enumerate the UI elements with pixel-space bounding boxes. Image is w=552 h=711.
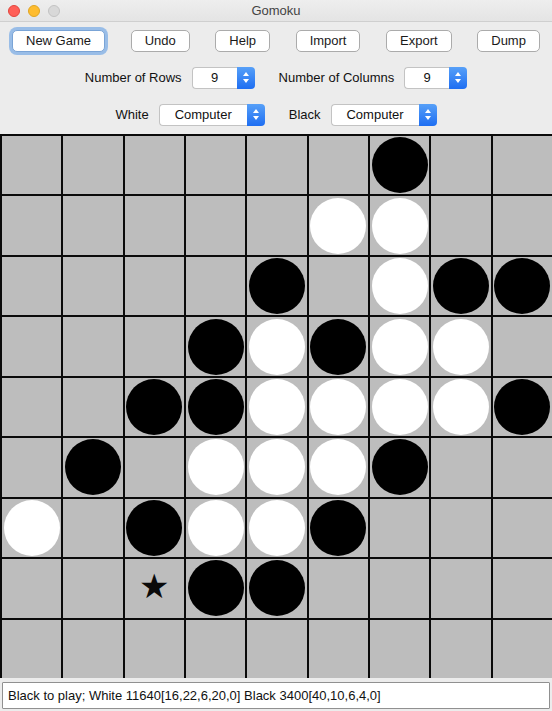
board-cell[interactable] [493, 136, 552, 194]
board-cell[interactable] [309, 196, 368, 254]
board-cell[interactable] [125, 257, 184, 315]
board-cell[interactable] [370, 438, 429, 496]
black-player-select[interactable]: Computer [331, 104, 437, 126]
black-stone [126, 500, 182, 556]
board-cell[interactable] [247, 136, 306, 194]
board-cell[interactable] [247, 438, 306, 496]
import-button[interactable]: Import [296, 30, 361, 52]
board-cell[interactable] [431, 559, 490, 617]
black-stone [249, 560, 305, 616]
black-stone [433, 258, 489, 314]
minimize-button[interactable] [28, 5, 40, 17]
board-cell[interactable] [493, 317, 552, 375]
board-cell[interactable] [431, 499, 490, 557]
cols-value: 9 [404, 67, 449, 89]
cols-label: Number of Columns [279, 70, 395, 85]
board-cell[interactable] [247, 620, 306, 678]
board-cell[interactable] [431, 257, 490, 315]
stepper-arrows-icon[interactable] [449, 67, 467, 89]
white-stone [372, 258, 428, 314]
board-cell[interactable] [493, 559, 552, 617]
black-stone [372, 137, 428, 193]
white-player-value: Computer [159, 104, 247, 126]
board-cell[interactable] [431, 378, 490, 436]
white-stone [188, 439, 244, 495]
board-cell[interactable] [125, 438, 184, 496]
board-cell[interactable] [247, 317, 306, 375]
white-stone [249, 500, 305, 556]
board-cell[interactable] [125, 499, 184, 557]
white-label: White [115, 107, 148, 122]
board-cell[interactable] [125, 136, 184, 194]
board-cell[interactable] [431, 438, 490, 496]
white-stone [372, 319, 428, 375]
board-cell[interactable] [431, 317, 490, 375]
board-cell[interactable] [63, 257, 122, 315]
close-button[interactable] [8, 5, 20, 17]
zoom-button[interactable] [48, 5, 60, 17]
board-cell[interactable] [125, 378, 184, 436]
stepper-arrows-icon[interactable] [237, 67, 255, 89]
board-cell[interactable] [309, 559, 368, 617]
cols-stepper[interactable]: 9 [404, 67, 467, 89]
black-player-value: Computer [331, 104, 419, 126]
board-cell[interactable] [2, 317, 61, 375]
board-cell[interactable] [309, 378, 368, 436]
board-cell[interactable] [2, 196, 61, 254]
popup-arrows-icon[interactable] [247, 104, 265, 126]
board-cell[interactable] [186, 257, 245, 315]
white-stone [4, 500, 60, 556]
rows-value: 9 [192, 67, 237, 89]
white-stone [433, 319, 489, 375]
board-cell[interactable]: ★ [125, 559, 184, 617]
board-cell[interactable] [370, 378, 429, 436]
board-cell[interactable] [309, 317, 368, 375]
board-cell[interactable] [247, 499, 306, 557]
title-bar: Gomoku [0, 0, 552, 22]
white-stone [249, 379, 305, 435]
board: ★ [0, 134, 552, 678]
board-cell[interactable] [370, 499, 429, 557]
board-cell[interactable] [309, 257, 368, 315]
help-button[interactable]: Help [215, 30, 270, 52]
black-stone [249, 258, 305, 314]
dump-button[interactable]: Dump [477, 30, 540, 52]
board-cell[interactable] [431, 196, 490, 254]
black-stone [188, 560, 244, 616]
board-cell[interactable] [2, 378, 61, 436]
board-cell[interactable] [309, 499, 368, 557]
white-stone [372, 198, 428, 254]
white-stone [249, 319, 305, 375]
board-cell[interactable] [63, 620, 122, 678]
black-label: Black [289, 107, 321, 122]
size-controls-row: Number of Rows 9 Number of Columns 9 [0, 66, 552, 89]
board-cell[interactable] [63, 196, 122, 254]
board-cell[interactable] [2, 499, 61, 557]
board-cell[interactable] [493, 257, 552, 315]
board-cell[interactable] [186, 620, 245, 678]
board-cell[interactable] [493, 438, 552, 496]
board-cell[interactable] [370, 317, 429, 375]
star-marker: ★ [139, 569, 169, 603]
board-cell[interactable] [247, 559, 306, 617]
board-cell[interactable] [125, 317, 184, 375]
board-cell[interactable] [247, 196, 306, 254]
board-cell[interactable] [2, 559, 61, 617]
popup-arrows-icon[interactable] [419, 104, 437, 126]
board-cell[interactable] [247, 257, 306, 315]
black-stone [494, 258, 550, 314]
board-cell[interactable] [370, 196, 429, 254]
board-cell[interactable] [431, 136, 490, 194]
board-cell[interactable] [63, 378, 122, 436]
board-cell[interactable] [186, 559, 245, 617]
player-controls-row: White Computer Black Computer [0, 103, 552, 126]
white-stone [188, 500, 244, 556]
board-cell[interactable] [493, 499, 552, 557]
board-cell[interactable] [63, 317, 122, 375]
board-cell[interactable] [370, 620, 429, 678]
toolbar: New Game Undo Help Import Export Dump [0, 29, 552, 52]
white-stone [310, 439, 366, 495]
window-title: Gomoku [0, 3, 552, 18]
black-stone [494, 379, 550, 435]
board-cell[interactable] [2, 257, 61, 315]
board-cell[interactable] [493, 620, 552, 678]
board-cell[interactable] [186, 438, 245, 496]
board-cell[interactable] [493, 378, 552, 436]
board-cell[interactable] [186, 136, 245, 194]
board-cell[interactable] [186, 499, 245, 557]
board-cell[interactable] [370, 136, 429, 194]
board-cell[interactable] [493, 196, 552, 254]
board-cell[interactable] [125, 620, 184, 678]
board-cell[interactable] [309, 136, 368, 194]
white-stone [310, 198, 366, 254]
board-cell[interactable] [370, 257, 429, 315]
board-cell[interactable] [309, 438, 368, 496]
board-cell[interactable] [2, 620, 61, 678]
white-stone [249, 439, 305, 495]
rows-stepper[interactable]: 9 [192, 67, 255, 89]
board-cell[interactable] [247, 378, 306, 436]
rows-label: Number of Rows [85, 70, 182, 85]
black-stone [188, 319, 244, 375]
white-stone [310, 379, 366, 435]
board-cell[interactable] [63, 438, 122, 496]
black-stone [126, 379, 182, 435]
board-cell[interactable] [186, 196, 245, 254]
black-stone [372, 439, 428, 495]
board-cell[interactable] [63, 499, 122, 557]
board-cell[interactable] [431, 620, 490, 678]
board-cell[interactable] [63, 136, 122, 194]
traffic-lights [0, 5, 60, 17]
white-player-select[interactable]: Computer [159, 104, 265, 126]
board-cell[interactable] [186, 378, 245, 436]
black-stone [310, 319, 366, 375]
white-stone [433, 379, 489, 435]
board-cell[interactable] [63, 559, 122, 617]
board-cell[interactable] [309, 620, 368, 678]
board-cell[interactable] [2, 438, 61, 496]
status-field[interactable]: Black to play; White 11640[16,22,6,20,0]… [2, 682, 550, 709]
undo-button[interactable]: Undo [131, 30, 190, 52]
board-cell[interactable] [125, 196, 184, 254]
black-stone [65, 439, 121, 495]
new-game-button[interactable]: New Game [12, 30, 105, 52]
black-stone [188, 379, 244, 435]
gomoku-window: Gomoku New Game Undo Help Import Export … [0, 0, 552, 711]
board-cell[interactable] [370, 559, 429, 617]
board-cell[interactable] [2, 136, 61, 194]
board-cell[interactable] [186, 317, 245, 375]
black-stone [310, 500, 366, 556]
export-button[interactable]: Export [386, 30, 452, 52]
white-stone [372, 379, 428, 435]
